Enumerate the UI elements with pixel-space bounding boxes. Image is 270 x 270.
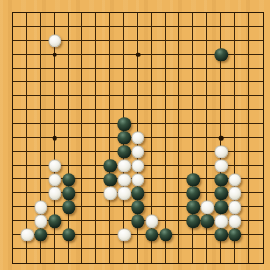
grid-line-vertical	[109, 13, 110, 264]
grid-line-horizontal	[13, 248, 264, 249]
go-board[interactable]	[0, 0, 270, 270]
hoshi-dot	[53, 136, 58, 141]
grid-line-vertical	[68, 13, 69, 264]
grid-line-vertical	[165, 13, 166, 264]
hoshi-dot	[53, 53, 58, 58]
grid-line-horizontal	[13, 95, 264, 96]
grid-line-vertical	[95, 13, 96, 264]
grid-line-vertical	[26, 13, 27, 264]
grid-line-horizontal	[13, 123, 264, 124]
grid-line-vertical	[178, 13, 179, 264]
grid-line-horizontal	[13, 26, 264, 27]
hoshi-dot	[136, 53, 141, 58]
hoshi-dot	[219, 136, 224, 141]
grid-line-vertical	[248, 13, 249, 264]
grid-line-horizontal	[13, 68, 264, 69]
grid-line-horizontal	[13, 109, 264, 110]
grid-line-vertical	[81, 13, 82, 264]
grid-line-horizontal	[13, 81, 264, 82]
